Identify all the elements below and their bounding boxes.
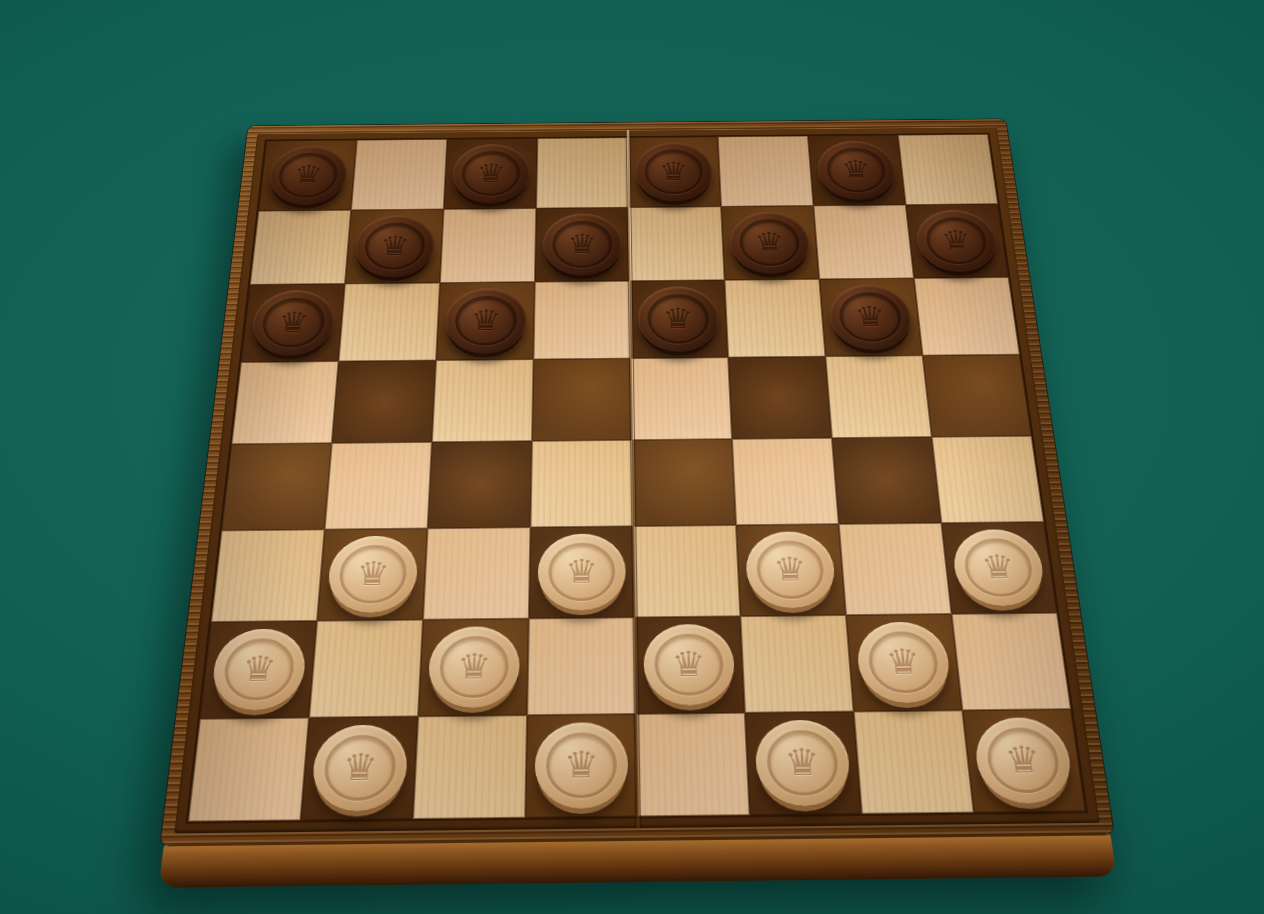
dark-square-5-3[interactable]: ♛	[529, 526, 635, 618]
dark-square-1-3[interactable]: ♛	[535, 207, 630, 281]
dark-square-1-1[interactable]: ♛	[345, 209, 444, 284]
dark-piece[interactable]: ♛	[444, 288, 527, 354]
dark-square-3-5[interactable]	[728, 356, 832, 439]
light-square-6-5	[740, 615, 853, 713]
light-square-7-2	[413, 715, 527, 819]
carving-crown-icon: ♛	[240, 652, 278, 687]
light-square-2-7	[914, 277, 1020, 355]
light-square-6-1	[309, 620, 423, 718]
carving-crown-icon: ♛	[784, 744, 822, 781]
carving-crown-icon: ♛	[853, 303, 887, 331]
dark-piece[interactable]: ♛	[451, 144, 530, 203]
light-square-3-0	[231, 361, 338, 444]
light-square-4-5	[732, 438, 839, 525]
carving-crown-icon: ♛	[884, 645, 922, 680]
light-square-0-5	[718, 136, 814, 207]
light-square-0-7	[898, 134, 998, 205]
dark-square-3-1[interactable]	[332, 360, 436, 443]
carving-crown-icon: ♛	[662, 305, 694, 333]
light-square-3-2	[432, 359, 534, 442]
dark-square-7-1[interactable]: ♛	[300, 716, 418, 820]
carving-crown-icon: ♛	[379, 233, 411, 260]
light-square-7-4	[636, 713, 750, 817]
carving-crown-icon: ♛	[292, 162, 324, 187]
dark-square-2-4[interactable]: ♛	[630, 280, 728, 358]
dark-square-7-3[interactable]: ♛	[525, 714, 637, 818]
carving-crown-icon: ♛	[1003, 742, 1043, 779]
light-piece[interactable]: ♛	[643, 624, 736, 706]
light-piece[interactable]: ♛	[745, 531, 837, 608]
carving-crown-icon: ♛	[563, 747, 599, 784]
dark-square-7-7[interactable]: ♛	[962, 709, 1085, 812]
dark-square-0-4[interactable]: ♛	[628, 137, 721, 208]
light-piece[interactable]: ♛	[972, 717, 1076, 804]
carving-crown-icon: ♛	[476, 161, 506, 186]
carving-crown-icon: ♛	[277, 308, 311, 336]
light-piece[interactable]: ♛	[534, 722, 628, 809]
light-square-4-1	[325, 442, 432, 529]
dark-square-6-6[interactable]: ♛	[846, 614, 962, 712]
light-square-4-7	[932, 436, 1044, 523]
carving-crown-icon: ♛	[671, 647, 707, 682]
light-piece[interactable]: ♛	[855, 622, 953, 704]
carving-crown-icon: ♛	[980, 551, 1018, 584]
light-square-6-3	[527, 617, 636, 715]
dark-square-2-2[interactable]: ♛	[436, 282, 535, 360]
light-square-2-1	[338, 283, 439, 361]
dark-square-0-2[interactable]: ♛	[444, 138, 538, 209]
board-carved-edge: ♛♛♛♛♛♛♛♛♛♛♛♛♛♛♛♛♛♛♛♛♛♛♛♛	[160, 119, 1113, 845]
carving-crown-icon: ♛	[470, 307, 502, 335]
light-square-6-7	[952, 613, 1071, 711]
light-square-7-6	[854, 710, 974, 814]
carving-crown-icon: ♛	[565, 555, 599, 588]
dark-square-3-7[interactable]	[923, 354, 1032, 436]
dark-square-3-3[interactable]	[532, 358, 632, 441]
light-square-0-1	[351, 139, 447, 210]
dark-piece[interactable]: ♛	[353, 215, 436, 278]
light-square-2-5	[724, 279, 825, 357]
light-square-7-0	[188, 718, 309, 822]
dark-piece[interactable]: ♛	[249, 290, 336, 356]
light-square-4-3	[530, 440, 633, 527]
dark-square-4-2[interactable]	[428, 441, 532, 528]
dark-square-1-5[interactable]: ♛	[721, 206, 819, 280]
carving-crown-icon: ♛	[754, 229, 786, 256]
light-piece[interactable]: ♛	[427, 626, 520, 708]
light-square-1-6	[813, 205, 914, 279]
light-square-5-6	[839, 523, 952, 615]
light-square-1-0	[250, 210, 351, 285]
light-square-5-0	[211, 529, 325, 622]
light-square-3-4	[631, 357, 732, 440]
table-felt: ♛♛♛♛♛♛♛♛♛♛♛♛♛♛♛♛♛♛♛♛♛♛♛♛	[0, 0, 1264, 914]
dark-square-4-4[interactable]	[632, 439, 736, 526]
light-piece[interactable]: ♛	[326, 536, 419, 614]
dark-piece[interactable]: ♛	[815, 141, 897, 200]
dark-square-6-0[interactable]: ♛	[200, 621, 317, 719]
light-piece[interactable]: ♛	[209, 628, 307, 710]
carving-crown-icon: ♛	[940, 227, 974, 254]
light-square-1-4	[629, 207, 725, 281]
carving-crown-icon: ♛	[355, 557, 391, 590]
dark-square-6-4[interactable]: ♛	[635, 616, 745, 714]
dark-square-4-0[interactable]	[222, 443, 332, 530]
dark-piece[interactable]: ♛	[729, 211, 811, 273]
light-square-0-3	[536, 138, 628, 209]
light-piece[interactable]: ♛	[310, 724, 409, 811]
dark-square-0-6[interactable]: ♛	[808, 135, 906, 206]
dark-square-5-1[interactable]: ♛	[317, 528, 428, 620]
dark-piece[interactable]: ♛	[637, 286, 720, 352]
board-frame: ♛♛♛♛♛♛♛♛♛♛♛♛♛♛♛♛♛♛♛♛♛♛♛♛	[174, 127, 1100, 834]
dark-square-2-6[interactable]: ♛	[819, 278, 922, 356]
carving-crown-icon: ♛	[567, 231, 597, 258]
dark-square-6-2[interactable]: ♛	[418, 619, 529, 717]
dark-square-0-0[interactable]: ♛	[258, 140, 356, 211]
light-piece[interactable]: ♛	[537, 533, 626, 611]
light-square-2-3	[533, 281, 630, 359]
light-square-5-2	[423, 527, 530, 619]
carving-crown-icon: ♛	[840, 157, 872, 182]
carving-crown-icon: ♛	[456, 649, 492, 684]
carving-crown-icon: ♛	[659, 159, 689, 184]
light-square-3-6	[825, 355, 931, 438]
dark-piece[interactable]: ♛	[827, 284, 914, 350]
dark-piece[interactable]: ♛	[266, 146, 349, 206]
dark-piece[interactable]: ♛	[914, 210, 1000, 272]
dark-square-5-5[interactable]: ♛	[736, 524, 846, 616]
light-square-5-4	[633, 525, 740, 617]
dark-square-2-0[interactable]: ♛	[241, 284, 345, 363]
light-piece[interactable]: ♛	[950, 529, 1047, 606]
carving-crown-icon: ♛	[772, 553, 808, 586]
light-piece[interactable]: ♛	[754, 720, 852, 807]
dark-piece[interactable]: ♛	[543, 213, 623, 276]
dark-piece[interactable]: ♛	[635, 142, 713, 201]
dark-square-7-5[interactable]: ♛	[745, 712, 862, 816]
dark-square-1-7[interactable]: ♛	[906, 204, 1009, 278]
dark-square-4-6[interactable]	[832, 437, 941, 524]
light-square-1-2	[440, 208, 536, 282]
board-perspective-wrap: ♛♛♛♛♛♛♛♛♛♛♛♛♛♛♛♛♛♛♛♛♛♛♛♛	[160, 119, 1113, 845]
carving-crown-icon: ♛	[341, 749, 379, 786]
dark-square-5-7[interactable]: ♛	[941, 522, 1057, 614]
